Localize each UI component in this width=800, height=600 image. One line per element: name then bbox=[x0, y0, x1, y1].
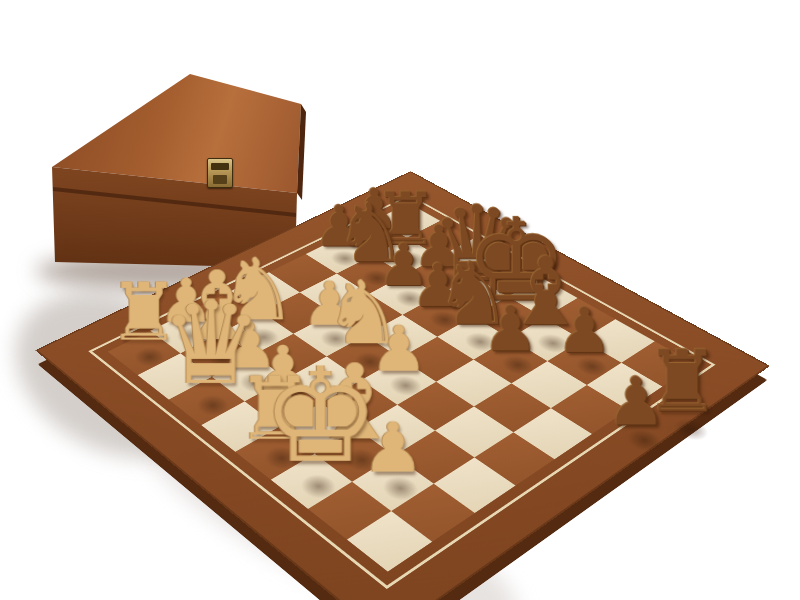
pawn-glyph-icon: ♟ bbox=[587, 369, 683, 435]
black-pawn-piece[interactable]: ♟ bbox=[539, 300, 629, 362]
pawn-glyph-icon: ♟ bbox=[539, 300, 629, 362]
board-wrap: ♜♟♝♞♛♟♟♟♞♟♜♚♝♟♟♜♟♞♟♟♛♚♟♝♞♟♟♜♟ bbox=[35, 171, 770, 600]
white-pawn-piece[interactable]: ♟ bbox=[343, 414, 443, 483]
scene: ♜♟♝♞♛♟♟♟♞♟♜♚♝♟♟♜♟♞♟♟♛♚♟♝♞♟♟♜♟ bbox=[0, 0, 800, 600]
pawn-glyph-icon: ♟ bbox=[343, 414, 443, 483]
black-pawn-piece[interactable]: ♟ bbox=[587, 369, 683, 435]
chess-board: ♜♟♝♞♛♟♟♟♞♟♜♚♝♟♟♜♟♞♟♟♛♚♟♝♞♟♟♜♟ bbox=[35, 171, 770, 600]
pieces-layer: ♜♟♝♞♛♟♟♟♞♟♜♚♝♟♟♜♟♞♟♟♛♚♟♝♞♟♟♜♟ bbox=[108, 203, 696, 572]
